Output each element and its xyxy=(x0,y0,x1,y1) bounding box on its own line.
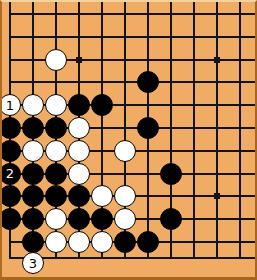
black-stone xyxy=(137,71,159,93)
star-point xyxy=(214,193,220,199)
white-stone xyxy=(68,163,90,185)
move-number-label: 1 xyxy=(6,99,14,112)
black-stone xyxy=(160,208,182,230)
white-stone xyxy=(45,208,67,230)
go-board: 123 xyxy=(2,2,255,277)
move-3-white-stone: 3 xyxy=(22,252,44,274)
black-stone xyxy=(68,208,90,230)
black-stone xyxy=(45,185,67,207)
white-stone xyxy=(45,231,67,253)
move-1-white-stone: 1 xyxy=(0,94,21,116)
move-number-label: 2 xyxy=(6,167,14,180)
star-point xyxy=(214,57,220,63)
black-stone xyxy=(22,231,44,253)
black-stone xyxy=(91,208,113,230)
star-point xyxy=(76,57,82,63)
grid-line-horizontal xyxy=(9,81,255,83)
black-stone xyxy=(91,94,113,116)
black-stone xyxy=(137,117,159,139)
grid-line-vertical xyxy=(216,2,218,259)
black-stone xyxy=(0,117,21,139)
white-stone xyxy=(45,49,67,71)
white-stone xyxy=(68,140,90,162)
white-stone xyxy=(91,231,113,253)
white-stone xyxy=(68,231,90,253)
black-stone xyxy=(22,163,44,185)
black-stone xyxy=(22,117,44,139)
move-number-label: 3 xyxy=(29,257,37,270)
board-bottom-edge-line xyxy=(9,257,255,259)
black-stone xyxy=(45,163,67,185)
grid-line-vertical xyxy=(239,2,241,259)
black-stone xyxy=(22,208,44,230)
white-stone xyxy=(114,208,136,230)
black-stone xyxy=(114,231,136,253)
black-stone xyxy=(137,231,159,253)
black-stone xyxy=(0,140,21,162)
black-stone xyxy=(68,94,90,116)
move-2-black-stone: 2 xyxy=(0,163,21,185)
white-stone xyxy=(114,140,136,162)
grid-line-horizontal xyxy=(9,13,255,15)
white-stone xyxy=(45,140,67,162)
black-stone xyxy=(0,208,21,230)
white-stone xyxy=(22,94,44,116)
white-stone xyxy=(114,185,136,207)
white-stone xyxy=(22,140,44,162)
black-stone xyxy=(160,163,182,185)
go-diagram-frame: 123 xyxy=(0,0,257,280)
white-stone xyxy=(45,94,67,116)
grid-line-vertical xyxy=(193,2,195,259)
black-stone xyxy=(68,185,90,207)
white-stone xyxy=(68,117,90,139)
black-stone xyxy=(22,185,44,207)
grid-line-horizontal xyxy=(9,36,255,38)
black-stone xyxy=(0,185,21,207)
white-stone xyxy=(91,185,113,207)
black-stone xyxy=(45,117,67,139)
